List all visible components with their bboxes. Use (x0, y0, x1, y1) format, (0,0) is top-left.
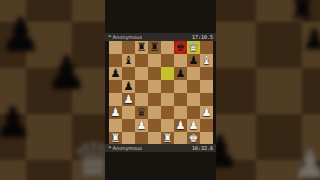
square-e3[interactable] (161, 106, 174, 119)
square-b4[interactable]: ♟ (122, 93, 135, 106)
opponent-bar: ⚑ Anonymous 17:10.5 (105, 33, 216, 41)
chess-app-screen: ⚑ Anonymous 17:10.5 ♜♜♚♛♝♟♝♟♟♟♟♟♛♟♟♟♟♜♜♚… (105, 0, 216, 180)
square-c7[interactable] (135, 54, 148, 67)
bg-black-pawn-icon: ♟ (46, 50, 87, 96)
player-name: Anonymous (113, 144, 142, 152)
square-e6[interactable] (161, 67, 174, 80)
black-pawn-piece[interactable]: ♟ (110, 67, 120, 80)
square-h2[interactable] (200, 119, 213, 132)
square-e8[interactable] (161, 41, 174, 54)
player-bar: ⚑ Anonymous 16:32.6 (105, 144, 216, 152)
white-pawn-piece[interactable]: ♟ (201, 106, 211, 119)
square-g6[interactable] (187, 67, 200, 80)
square-e7[interactable] (161, 54, 174, 67)
square-d7[interactable] (148, 54, 161, 67)
bg-white-pawn-icon: ♟ (292, 144, 320, 180)
square-d6[interactable] (148, 67, 161, 80)
bg-black-pawn-icon: ♟ (302, 26, 320, 54)
square-g5[interactable] (187, 80, 200, 93)
black-pawn-piece[interactable]: ♟ (175, 67, 185, 80)
flag-icon: ⚑ (108, 144, 112, 152)
square-g7[interactable]: ♟ (187, 54, 200, 67)
square-h3[interactable]: ♟ (200, 106, 213, 119)
square-h7[interactable]: ♝ (200, 54, 213, 67)
square-b3[interactable] (122, 106, 135, 119)
square-h6[interactable] (200, 67, 213, 80)
player-name-row: ⚑ Anonymous (108, 144, 142, 152)
square-d4[interactable] (148, 93, 161, 106)
black-king-piece[interactable]: ♚ (175, 41, 185, 54)
square-f5[interactable] (174, 80, 187, 93)
square-d5[interactable] (148, 80, 161, 93)
square-g4[interactable] (187, 93, 200, 106)
square-f4[interactable] (174, 93, 187, 106)
square-c8[interactable]: ♜ (135, 41, 148, 54)
square-a8[interactable] (109, 41, 122, 54)
black-bishop-piece[interactable]: ♝ (123, 54, 133, 67)
square-h5[interactable] (200, 80, 213, 93)
black-rook-piece[interactable]: ♜ (149, 41, 159, 54)
square-e5[interactable] (161, 80, 174, 93)
black-pawn-piece[interactable]: ♟ (188, 54, 198, 67)
square-a3[interactable]: ♟ (109, 106, 122, 119)
player-clock: 16:32.6 (192, 144, 213, 152)
square-a6[interactable]: ♟ (109, 67, 122, 80)
white-pawn-piece[interactable]: ♟ (110, 106, 120, 119)
bg-black-rook-icon: ♜ (288, 0, 317, 24)
square-c6[interactable] (135, 67, 148, 80)
flag-icon: ⚑ (108, 33, 112, 41)
bg-black-pawn-icon: ♟ (0, 12, 41, 58)
chess-board[interactable]: ♜♜♚♛♝♟♝♟♟♟♟♟♛♟♟♟♟♜♜♚ (109, 41, 213, 145)
square-d3[interactable] (148, 106, 161, 119)
square-d2[interactable] (148, 119, 161, 132)
bg-black-pawn-icon: ♟ (0, 102, 32, 144)
square-f6[interactable]: ♟ (174, 67, 187, 80)
square-f2[interactable]: ♟ (174, 119, 187, 132)
square-f8[interactable]: ♚ (174, 41, 187, 54)
white-pawn-piece[interactable]: ♟ (136, 119, 146, 132)
square-b7[interactable]: ♝ (122, 54, 135, 67)
square-c2[interactable]: ♟ (135, 119, 148, 132)
square-d8[interactable]: ♜ (148, 41, 161, 54)
white-pawn-piece[interactable]: ♟ (175, 119, 185, 132)
square-b2[interactable] (122, 119, 135, 132)
white-pawn-piece[interactable]: ♟ (123, 93, 133, 106)
square-a5[interactable] (109, 80, 122, 93)
black-rook-piece[interactable]: ♜ (136, 41, 146, 54)
square-c5[interactable] (135, 80, 148, 93)
white-bishop-piece[interactable]: ♝ (201, 54, 211, 67)
square-e4[interactable] (161, 93, 174, 106)
